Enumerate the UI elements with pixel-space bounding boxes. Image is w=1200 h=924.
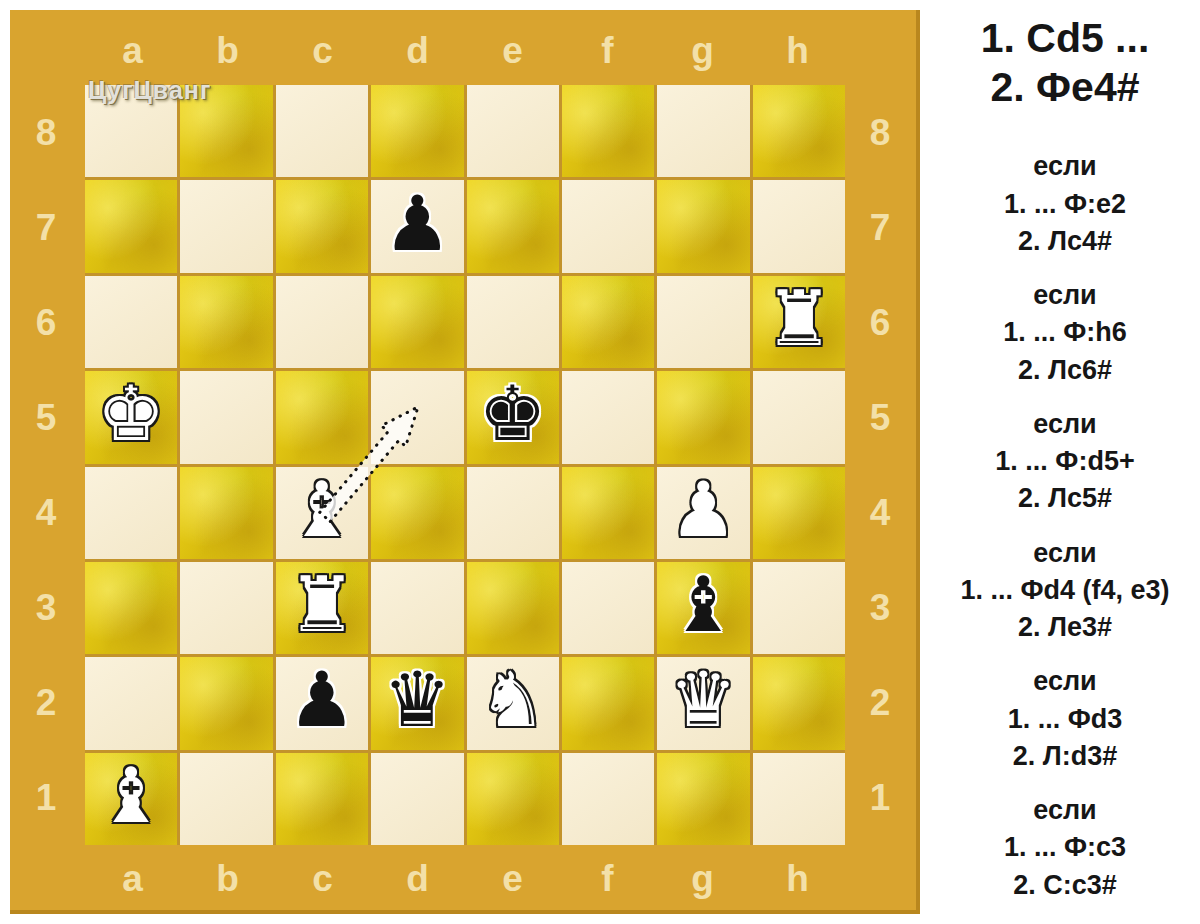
square-h7 bbox=[753, 180, 845, 272]
file-labels-bottom: abcdefgh bbox=[85, 850, 845, 908]
square-e7 bbox=[467, 180, 559, 272]
square-c2: ♟ bbox=[276, 657, 368, 749]
square-a4 bbox=[85, 467, 177, 559]
file-label-e: e bbox=[465, 850, 560, 908]
solution-main-line: 1. Cd5 ... 2. Фе4# bbox=[930, 14, 1200, 112]
variation-condition: если bbox=[930, 148, 1200, 185]
square-f4 bbox=[562, 467, 654, 559]
square-c6 bbox=[276, 276, 368, 368]
square-c8 bbox=[276, 85, 368, 177]
file-label-d: d bbox=[370, 22, 465, 80]
variation-move: 1. ... Ф:h6 bbox=[930, 314, 1200, 351]
square-h2 bbox=[753, 657, 845, 749]
square-a1: ♝ bbox=[85, 753, 177, 845]
square-e4 bbox=[467, 467, 559, 559]
rank-label-2: 2 bbox=[850, 655, 910, 750]
file-label-f: f bbox=[560, 850, 655, 908]
piece-white-rook-c3: ♜ bbox=[288, 567, 356, 643]
square-e3 bbox=[467, 562, 559, 654]
file-label-a: a bbox=[85, 22, 180, 80]
solution-move-white: 1. Cd5 ... bbox=[930, 14, 1200, 63]
variation-move: 1. ... Ф:d5+ bbox=[930, 443, 1200, 480]
solution-variation-2: если1. ... Ф:h62. Лс6# bbox=[930, 277, 1200, 389]
square-f6 bbox=[562, 276, 654, 368]
square-d3 bbox=[371, 562, 463, 654]
chess-puzzle-page: abcdefgh abcdefgh 87654321 87654321 ♟♜♚♚… bbox=[0, 0, 1200, 924]
square-b7 bbox=[180, 180, 272, 272]
piece-white-knight-e2: ♞ bbox=[479, 662, 547, 738]
solution-variation-5: если1. ... Фd32. Л:d3# bbox=[930, 663, 1200, 775]
variation-condition: если bbox=[930, 535, 1200, 572]
variation-condition: если bbox=[930, 406, 1200, 443]
rank-label-6: 6 bbox=[850, 275, 910, 370]
rank-label-7: 7 bbox=[850, 180, 910, 275]
file-label-b: b bbox=[180, 22, 275, 80]
square-f3 bbox=[562, 562, 654, 654]
square-g6 bbox=[657, 276, 749, 368]
square-c1 bbox=[276, 753, 368, 845]
square-c4: ♝ bbox=[276, 467, 368, 559]
square-a5: ♚ bbox=[85, 371, 177, 463]
square-a2 bbox=[85, 657, 177, 749]
square-e5: ♚ bbox=[467, 371, 559, 463]
file-label-h: h bbox=[750, 22, 845, 80]
solution-variation-3: если1. ... Ф:d5+2. Лс5# bbox=[930, 406, 1200, 518]
piece-white-bishop-c4: ♝ bbox=[288, 472, 356, 548]
file-label-h: h bbox=[750, 850, 845, 908]
chess-board: ♟♜♚♚♝♟♜♝♟♛♞♛♝ bbox=[85, 85, 845, 845]
solution-move-mate: 2. Фе4# bbox=[930, 63, 1200, 112]
piece-black-pawn-c2: ♟ bbox=[288, 662, 356, 738]
square-h6: ♜ bbox=[753, 276, 845, 368]
variation-move: 1. ... Фd4 (f4, e3) bbox=[930, 572, 1200, 609]
piece-white-king-a5: ♚ bbox=[97, 376, 165, 452]
square-g2: ♛ bbox=[657, 657, 749, 749]
rank-label-4: 4 bbox=[850, 465, 910, 560]
square-b5 bbox=[180, 371, 272, 463]
square-h3 bbox=[753, 562, 845, 654]
chess-board-frame: abcdefgh abcdefgh 87654321 87654321 ♟♜♚♚… bbox=[10, 10, 920, 914]
rank-label-8: 8 bbox=[850, 85, 910, 180]
variation-move: 2. Лс4# bbox=[930, 223, 1200, 260]
square-g1 bbox=[657, 753, 749, 845]
square-e8 bbox=[467, 85, 559, 177]
file-labels-top: abcdefgh bbox=[85, 22, 845, 80]
variation-move: 2. Лс6# bbox=[930, 352, 1200, 389]
square-b6 bbox=[180, 276, 272, 368]
rank-labels-left: 87654321 bbox=[16, 85, 76, 845]
square-d5 bbox=[371, 371, 463, 463]
variation-condition: если bbox=[930, 277, 1200, 314]
variation-move: 2. С:c3# bbox=[930, 867, 1200, 904]
square-e1 bbox=[467, 753, 559, 845]
piece-black-king-e5: ♚ bbox=[479, 376, 547, 452]
square-g7 bbox=[657, 180, 749, 272]
square-a7 bbox=[85, 180, 177, 272]
square-e6 bbox=[467, 276, 559, 368]
variation-move: 1. ... Ф:c3 bbox=[930, 829, 1200, 866]
file-label-a: a bbox=[85, 850, 180, 908]
square-d8 bbox=[371, 85, 463, 177]
square-f8 bbox=[562, 85, 654, 177]
variation-move: 2. Лс5# bbox=[930, 480, 1200, 517]
piece-black-pawn-d7: ♟ bbox=[383, 186, 451, 262]
rank-label-1: 1 bbox=[850, 750, 910, 845]
rank-label-3: 3 bbox=[850, 560, 910, 655]
variation-condition: если bbox=[930, 663, 1200, 700]
square-a6 bbox=[85, 276, 177, 368]
rank-label-4: 4 bbox=[16, 465, 76, 560]
solution-variations: если1. ... Ф:е22. Лс4#если1. ... Ф:h62. … bbox=[930, 148, 1200, 904]
rank-label-3: 3 bbox=[16, 560, 76, 655]
square-d4 bbox=[371, 467, 463, 559]
square-f5 bbox=[562, 371, 654, 463]
piece-white-pawn-g4: ♟ bbox=[669, 472, 737, 548]
square-e2: ♞ bbox=[467, 657, 559, 749]
square-f1 bbox=[562, 753, 654, 845]
solution-variation-4: если1. ... Фd4 (f4, e3)2. Ле3# bbox=[930, 535, 1200, 647]
square-d2: ♛ bbox=[371, 657, 463, 749]
rank-label-6: 6 bbox=[16, 275, 76, 370]
square-g3: ♝ bbox=[657, 562, 749, 654]
file-label-d: d bbox=[370, 850, 465, 908]
square-h1 bbox=[753, 753, 845, 845]
square-g4: ♟ bbox=[657, 467, 749, 559]
variation-move: 2. Ле3# bbox=[930, 609, 1200, 646]
square-c5 bbox=[276, 371, 368, 463]
square-h5 bbox=[753, 371, 845, 463]
rank-label-8: 8 bbox=[16, 85, 76, 180]
square-h8 bbox=[753, 85, 845, 177]
rank-label-1: 1 bbox=[16, 750, 76, 845]
square-g8 bbox=[657, 85, 749, 177]
piece-black-bishop-g3: ♝ bbox=[669, 567, 737, 643]
square-g5 bbox=[657, 371, 749, 463]
piece-white-bishop-a1: ♝ bbox=[97, 758, 165, 834]
file-label-f: f bbox=[560, 22, 655, 80]
rank-label-2: 2 bbox=[16, 655, 76, 750]
solution-variation-1: если1. ... Ф:е22. Лс4# bbox=[930, 148, 1200, 260]
file-label-c: c bbox=[275, 850, 370, 908]
square-c7 bbox=[276, 180, 368, 272]
square-d6 bbox=[371, 276, 463, 368]
square-d7: ♟ bbox=[371, 180, 463, 272]
variation-move: 2. Л:d3# bbox=[930, 738, 1200, 775]
file-label-g: g bbox=[655, 850, 750, 908]
solution-panel: 1. Cd5 ... 2. Фе4# если1. ... Ф:е22. Лс4… bbox=[930, 0, 1200, 924]
file-label-e: e bbox=[465, 22, 560, 80]
piece-black-queen-d2: ♛ bbox=[383, 662, 451, 738]
square-f7 bbox=[562, 180, 654, 272]
rank-labels-right: 87654321 bbox=[850, 85, 910, 845]
variation-move: 1. ... Фd3 bbox=[930, 701, 1200, 738]
square-f2 bbox=[562, 657, 654, 749]
square-d1 bbox=[371, 753, 463, 845]
square-b4 bbox=[180, 467, 272, 559]
square-b2 bbox=[180, 657, 272, 749]
file-label-c: c bbox=[275, 22, 370, 80]
solution-variation-6: если1. ... Ф:c32. С:c3# bbox=[930, 792, 1200, 904]
square-a3 bbox=[85, 562, 177, 654]
square-b1 bbox=[180, 753, 272, 845]
square-h4 bbox=[753, 467, 845, 559]
square-c3: ♜ bbox=[276, 562, 368, 654]
rank-label-7: 7 bbox=[16, 180, 76, 275]
watermark-label: ЦугЦванг bbox=[88, 76, 211, 105]
rank-label-5: 5 bbox=[850, 370, 910, 465]
variation-move: 1. ... Ф:е2 bbox=[930, 186, 1200, 223]
piece-white-rook-h6: ♜ bbox=[765, 281, 833, 357]
piece-white-queen-g2: ♛ bbox=[669, 662, 737, 738]
file-label-g: g bbox=[655, 22, 750, 80]
file-label-b: b bbox=[180, 850, 275, 908]
rank-label-5: 5 bbox=[16, 370, 76, 465]
variation-condition: если bbox=[930, 792, 1200, 829]
square-b3 bbox=[180, 562, 272, 654]
